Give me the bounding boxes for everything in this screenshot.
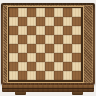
square-c1[interactable] bbox=[27, 71, 36, 80]
chess-board-grid bbox=[9, 8, 81, 80]
square-c5[interactable] bbox=[27, 35, 36, 44]
square-d4[interactable] bbox=[36, 44, 45, 53]
square-f2[interactable] bbox=[54, 62, 63, 71]
square-h8[interactable] bbox=[72, 8, 81, 17]
square-h2[interactable] bbox=[72, 62, 81, 71]
square-f7[interactable] bbox=[54, 17, 63, 26]
square-h5[interactable] bbox=[72, 35, 81, 44]
square-e6[interactable] bbox=[45, 26, 54, 35]
square-f8[interactable] bbox=[54, 8, 63, 17]
square-h3[interactable] bbox=[72, 53, 81, 62]
square-a8[interactable] bbox=[9, 8, 18, 17]
square-d5[interactable] bbox=[36, 35, 45, 44]
square-g7[interactable] bbox=[63, 17, 72, 26]
square-h1[interactable] bbox=[72, 71, 81, 80]
square-a7[interactable] bbox=[9, 17, 18, 26]
square-e7[interactable] bbox=[45, 17, 54, 26]
square-b5[interactable] bbox=[18, 35, 27, 44]
box-lid-seam bbox=[2, 88, 94, 89]
square-a5[interactable] bbox=[9, 35, 18, 44]
square-e4[interactable] bbox=[45, 44, 54, 53]
square-e3[interactable] bbox=[45, 53, 54, 62]
square-c2[interactable] bbox=[27, 62, 36, 71]
square-c3[interactable] bbox=[27, 53, 36, 62]
square-b8[interactable] bbox=[18, 8, 27, 17]
square-e8[interactable] bbox=[45, 8, 54, 17]
square-c7[interactable] bbox=[27, 17, 36, 26]
square-d3[interactable] bbox=[36, 53, 45, 62]
square-b6[interactable] bbox=[18, 26, 27, 35]
square-g5[interactable] bbox=[63, 35, 72, 44]
square-d7[interactable] bbox=[36, 17, 45, 26]
square-d6[interactable] bbox=[36, 26, 45, 35]
box-side-panel bbox=[2, 85, 94, 92]
square-e5[interactable] bbox=[45, 35, 54, 44]
square-d2[interactable] bbox=[36, 62, 45, 71]
square-f3[interactable] bbox=[54, 53, 63, 62]
square-h6[interactable] bbox=[72, 26, 81, 35]
square-b2[interactable] bbox=[18, 62, 27, 71]
square-f1[interactable] bbox=[54, 71, 63, 80]
box-foot-left bbox=[15, 92, 26, 95]
square-b1[interactable] bbox=[18, 71, 27, 80]
square-e1[interactable] bbox=[45, 71, 54, 80]
square-f6[interactable] bbox=[54, 26, 63, 35]
square-g3[interactable] bbox=[63, 53, 72, 62]
square-a6[interactable] bbox=[9, 26, 18, 35]
square-e2[interactable] bbox=[45, 62, 54, 71]
square-f5[interactable] bbox=[54, 35, 63, 44]
square-a2[interactable] bbox=[9, 62, 18, 71]
square-f4[interactable] bbox=[54, 44, 63, 53]
square-g1[interactable] bbox=[63, 71, 72, 80]
square-c8[interactable] bbox=[27, 8, 36, 17]
square-g4[interactable] bbox=[63, 44, 72, 53]
square-g8[interactable] bbox=[63, 8, 72, 17]
square-h7[interactable] bbox=[72, 17, 81, 26]
square-b4[interactable] bbox=[18, 44, 27, 53]
square-b7[interactable] bbox=[18, 17, 27, 26]
box-foot-right bbox=[72, 92, 83, 95]
square-h4[interactable] bbox=[72, 44, 81, 53]
square-c4[interactable] bbox=[27, 44, 36, 53]
square-d8[interactable] bbox=[36, 8, 45, 17]
square-b3[interactable] bbox=[18, 53, 27, 62]
chess-board-box bbox=[1, 3, 95, 85]
square-a1[interactable] bbox=[9, 71, 18, 80]
square-c6[interactable] bbox=[27, 26, 36, 35]
square-d1[interactable] bbox=[36, 71, 45, 80]
square-a3[interactable] bbox=[9, 53, 18, 62]
square-g2[interactable] bbox=[63, 62, 72, 71]
square-a4[interactable] bbox=[9, 44, 18, 53]
square-g6[interactable] bbox=[63, 26, 72, 35]
